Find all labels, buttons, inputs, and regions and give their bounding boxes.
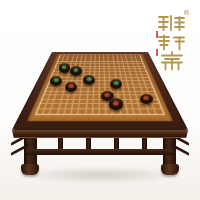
- piece-engraved-character: [143, 96, 149, 100]
- logo-pinyin-seal-mark: [156, 49, 158, 56]
- piece-engraved-character: [53, 78, 59, 82]
- xiangqi-piece-green: [83, 75, 95, 85]
- piece-engraved-character: [61, 65, 66, 69]
- piece-engraved-character: [86, 77, 92, 81]
- piece-engraved-character: [113, 81, 119, 85]
- logo-character-ya: [159, 16, 184, 30]
- piece-engraved-character: [113, 101, 119, 105]
- xiangqi-piece-green: [110, 79, 122, 89]
- piece-engraved-character: [68, 84, 74, 88]
- xiangqi-piece-red: [109, 98, 123, 109]
- xiangqi-piece-red: [140, 94, 153, 105]
- logo-pinyin-seal-mark: [156, 31, 158, 38]
- brand-logo: ®: [152, 5, 192, 71]
- xiangqi-piece-green: [70, 66, 82, 75]
- product-photo: 雅轩斋 YA XUAN ZHAI ® ®: [0, 0, 200, 200]
- xiangqi-piece-green: [50, 76, 62, 86]
- piece-engraved-character: [73, 68, 78, 72]
- logo-character-xuan: [159, 36, 184, 50]
- registered-trademark-icon: ®: [183, 9, 190, 17]
- xiangqi-piece-red: [65, 82, 78, 92]
- piece-engraved-character: [104, 93, 110, 97]
- xiangqi-piece-green: [59, 63, 70, 72]
- logo-character-zhai: [162, 52, 182, 70]
